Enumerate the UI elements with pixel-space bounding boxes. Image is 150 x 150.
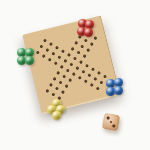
board-hole [98, 80, 103, 85]
red-marble[interactable] [84, 28, 93, 37]
yellow-marble[interactable] [52, 111, 61, 120]
die-pip [109, 120, 112, 123]
board-hole [71, 71, 76, 76]
board-hole [65, 68, 70, 73]
board-hole [38, 44, 43, 49]
board-hole [67, 77, 72, 82]
board-hole [41, 53, 46, 58]
hole-grid [18, 11, 124, 117]
board-hole [92, 76, 97, 81]
board-hole [78, 59, 83, 64]
board-hole [86, 73, 91, 78]
board-hole [50, 92, 55, 97]
board-hole [85, 47, 90, 52]
board-hole [68, 62, 73, 67]
board-hole [47, 57, 52, 62]
board-hole [76, 50, 81, 55]
board-hole [50, 51, 55, 56]
board-hole [89, 82, 94, 87]
board-hole [44, 47, 49, 52]
board-hole [52, 76, 57, 81]
board-hole [59, 64, 64, 69]
board-hole [84, 63, 89, 68]
board-hole [35, 50, 40, 55]
die-pip [112, 124, 115, 127]
green-marble[interactable] [25, 56, 34, 65]
board-hole [56, 55, 61, 60]
board-hole [83, 79, 88, 84]
die[interactable] [102, 113, 121, 132]
board-hole [60, 89, 65, 94]
board-hole [66, 52, 71, 57]
board-hole [90, 67, 95, 72]
board-hole [70, 46, 75, 51]
board-hole [54, 86, 59, 91]
board-hole [54, 45, 59, 50]
board-hole [48, 41, 53, 46]
board-hole [79, 44, 84, 49]
board-hole [61, 74, 66, 79]
board-hole [60, 49, 65, 54]
board-hole [89, 41, 94, 46]
board-hole [73, 40, 78, 45]
board-hole [55, 70, 60, 75]
board-hole [96, 70, 101, 75]
board-hole [83, 38, 88, 43]
board-hole [74, 65, 79, 70]
board-hole [48, 82, 53, 87]
board-hole [95, 86, 100, 91]
board-hole [92, 35, 97, 40]
board-hole [44, 88, 49, 93]
game-board [22, 15, 120, 114]
board-hole [64, 83, 69, 88]
board-hole [42, 38, 47, 43]
board-hole [58, 80, 63, 85]
die-pip [107, 117, 110, 120]
board-hole [53, 61, 58, 66]
board-hole [82, 53, 87, 58]
blue-marble[interactable] [114, 86, 123, 95]
board-hole [80, 69, 85, 74]
board-hole [62, 58, 67, 63]
board-hole [72, 56, 77, 61]
board-hole [102, 74, 107, 79]
board-hole [77, 75, 82, 80]
product-photo-scene [0, 0, 150, 150]
